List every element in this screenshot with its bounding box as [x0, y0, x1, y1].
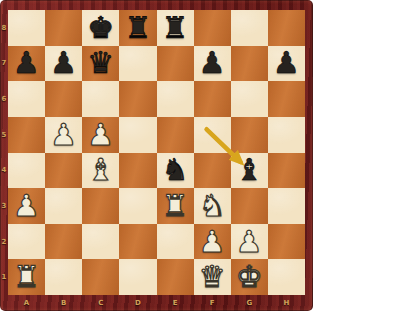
piece-black-bishop-g4[interactable]: ♝: [231, 153, 268, 189]
square-g5[interactable]: [231, 117, 268, 153]
square-b7[interactable]: ♟: [45, 46, 82, 82]
square-h5[interactable]: [268, 117, 305, 153]
piece-white-queen-f1[interactable]: ♛: [194, 259, 231, 295]
file-label-g: G: [231, 295, 268, 311]
square-d2[interactable]: [119, 224, 156, 260]
square-e2[interactable]: [157, 224, 194, 260]
square-b2[interactable]: [45, 224, 82, 260]
piece-black-king-c8[interactable]: ♚: [82, 10, 119, 46]
square-a5[interactable]: [8, 117, 45, 153]
square-c1[interactable]: [82, 259, 119, 295]
square-f4[interactable]: [194, 153, 231, 189]
square-b3[interactable]: [45, 188, 82, 224]
square-h2[interactable]: [268, 224, 305, 260]
file-labels: ABCDEFGH: [8, 295, 305, 311]
piece-black-rook-d8[interactable]: ♜: [119, 10, 156, 46]
rank-labels: 87654321: [0, 10, 8, 295]
square-h7[interactable]: ♟: [268, 46, 305, 82]
piece-black-knight-e4[interactable]: ♞: [157, 153, 194, 189]
square-h1[interactable]: [268, 259, 305, 295]
square-g8[interactable]: [231, 10, 268, 46]
piece-black-pawn-h7[interactable]: ♟: [268, 46, 305, 82]
square-d4[interactable]: [119, 153, 156, 189]
square-f7[interactable]: ♟: [194, 46, 231, 82]
square-c8[interactable]: ♚: [82, 10, 119, 46]
rank-label-6: 6: [0, 81, 8, 117]
square-c2[interactable]: [82, 224, 119, 260]
square-h4[interactable]: [268, 153, 305, 189]
square-b8[interactable]: [45, 10, 82, 46]
square-b4[interactable]: [45, 153, 82, 189]
square-a8[interactable]: [8, 10, 45, 46]
square-d7[interactable]: [119, 46, 156, 82]
board-squares: ♚♜♜♟♟♛♟♟♟♟♝♞♝♟♜♞♟♟♜♛♚: [8, 10, 305, 295]
square-d1[interactable]: [119, 259, 156, 295]
square-f1[interactable]: ♛: [194, 259, 231, 295]
square-g1[interactable]: ♚: [231, 259, 268, 295]
square-e6[interactable]: [157, 81, 194, 117]
piece-white-pawn-g2[interactable]: ♟: [231, 224, 268, 260]
square-a6[interactable]: [8, 81, 45, 117]
piece-black-pawn-f7[interactable]: ♟: [194, 46, 231, 82]
file-label-e: E: [157, 295, 194, 311]
square-e5[interactable]: [157, 117, 194, 153]
square-f2[interactable]: ♟: [194, 224, 231, 260]
square-a4[interactable]: [8, 153, 45, 189]
square-c7[interactable]: ♛: [82, 46, 119, 82]
piece-white-rook-e3[interactable]: ♜: [157, 188, 194, 224]
square-b1[interactable]: [45, 259, 82, 295]
file-label-h: H: [268, 295, 305, 311]
rank-label-8: 8: [0, 10, 8, 46]
square-e3[interactable]: ♜: [157, 188, 194, 224]
square-a7[interactable]: ♟: [8, 46, 45, 82]
piece-white-bishop-c4[interactable]: ♝: [82, 153, 119, 189]
square-a3[interactable]: ♟: [8, 188, 45, 224]
piece-white-rook-a1[interactable]: ♜: [8, 259, 45, 295]
file-label-b: B: [45, 295, 82, 311]
square-f3[interactable]: ♞: [194, 188, 231, 224]
square-b6[interactable]: [45, 81, 82, 117]
square-e4[interactable]: ♞: [157, 153, 194, 189]
file-label-a: A: [8, 295, 45, 311]
file-label-c: C: [82, 295, 119, 311]
square-g4[interactable]: ♝: [231, 153, 268, 189]
rank-label-3: 3: [0, 188, 8, 224]
square-a1[interactable]: ♜: [8, 259, 45, 295]
square-c5[interactable]: ♟: [82, 117, 119, 153]
square-f8[interactable]: [194, 10, 231, 46]
square-g3[interactable]: [231, 188, 268, 224]
piece-black-pawn-b7[interactable]: ♟: [45, 46, 82, 82]
rank-label-4: 4: [0, 153, 8, 189]
piece-white-king-g1[interactable]: ♚: [231, 259, 268, 295]
square-b5[interactable]: ♟: [45, 117, 82, 153]
square-c4[interactable]: ♝: [82, 153, 119, 189]
square-d5[interactable]: [119, 117, 156, 153]
square-d8[interactable]: ♜: [119, 10, 156, 46]
square-e1[interactable]: [157, 259, 194, 295]
square-a2[interactable]: [8, 224, 45, 260]
piece-white-pawn-b5[interactable]: ♟: [45, 117, 82, 153]
square-h8[interactable]: [268, 10, 305, 46]
square-d3[interactable]: [119, 188, 156, 224]
rank-label-7: 7: [0, 46, 8, 82]
square-h6[interactable]: [268, 81, 305, 117]
square-f5[interactable]: [194, 117, 231, 153]
square-f6[interactable]: [194, 81, 231, 117]
square-c3[interactable]: [82, 188, 119, 224]
rank-label-2: 2: [0, 224, 8, 260]
piece-white-knight-f3[interactable]: ♞: [194, 188, 231, 224]
rank-label-5: 5: [0, 117, 8, 153]
page: 87654321 ABCDEFGH ♚♜♜♟♟♛♟♟♟♟♝♞♝♟♜♞♟♟♜♛♚: [0, 0, 414, 311]
piece-white-pawn-a3[interactable]: ♟: [8, 188, 45, 224]
square-c6[interactable]: [82, 81, 119, 117]
square-g6[interactable]: [231, 81, 268, 117]
file-label-f: F: [194, 295, 231, 311]
file-label-d: D: [119, 295, 156, 311]
piece-white-pawn-c5[interactable]: ♟: [82, 117, 119, 153]
square-e8[interactable]: ♜: [157, 10, 194, 46]
square-g2[interactable]: ♟: [231, 224, 268, 260]
piece-white-pawn-f2[interactable]: ♟: [194, 224, 231, 260]
square-d6[interactable]: [119, 81, 156, 117]
piece-black-pawn-a7[interactable]: ♟: [8, 46, 45, 82]
square-h3[interactable]: [268, 188, 305, 224]
piece-black-rook-e8[interactable]: ♜: [157, 10, 194, 46]
square-e7[interactable]: [157, 46, 194, 82]
square-g7[interactable]: [231, 46, 268, 82]
piece-black-queen-c7[interactable]: ♛: [82, 46, 119, 82]
rank-label-1: 1: [0, 259, 8, 295]
chess-board: 87654321 ABCDEFGH ♚♜♜♟♟♛♟♟♟♟♝♞♝♟♜♞♟♟♜♛♚: [0, 0, 313, 311]
